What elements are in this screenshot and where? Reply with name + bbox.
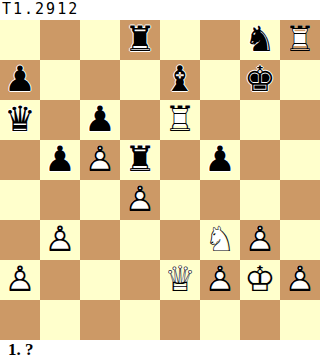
piece-white-king: ♚♔ [240,260,280,300]
piece-glyph: ♟ [40,140,80,180]
piece-glyph: ♟ [0,260,40,300]
square-e4[interactable] [160,180,200,220]
piece-glyph: ♟ [0,60,40,100]
puzzle-title: T1.2912 [0,0,320,20]
square-g2[interactable]: ♚♔ [240,260,280,300]
square-c6[interactable]: ♟ [80,100,120,140]
square-e7[interactable]: ♝ [160,60,200,100]
piece-white-pawn: ♟♙ [280,260,320,300]
square-e5[interactable] [160,140,200,180]
square-e2[interactable]: ♛♕ [160,260,200,300]
square-c2[interactable] [80,260,120,300]
piece-black-bishop: ♝ [160,60,200,100]
square-h4[interactable] [280,180,320,220]
square-a7[interactable]: ♟ [0,60,40,100]
piece-black-knight: ♞ [240,20,280,60]
square-e6[interactable]: ♜♖ [160,100,200,140]
piece-glyph: ♜ [280,20,320,60]
piece-glyph: ♚ [240,60,280,100]
piece-outline-glyph: ♙ [200,260,240,300]
piece-outline-glyph: ♙ [0,260,40,300]
square-a6[interactable]: ♛ [0,100,40,140]
piece-glyph: ♜ [160,100,200,140]
piece-glyph: ♜ [120,140,160,180]
square-b5[interactable]: ♟ [40,140,80,180]
piece-outline-glyph: ♘ [200,220,240,260]
square-a3[interactable] [0,220,40,260]
piece-white-rook: ♜♖ [280,20,320,60]
square-h3[interactable] [280,220,320,260]
square-f4[interactable] [200,180,240,220]
square-f2[interactable]: ♟♙ [200,260,240,300]
square-c5[interactable]: ♟♙ [80,140,120,180]
square-h6[interactable] [280,100,320,140]
square-b1[interactable] [40,300,80,340]
piece-glyph: ♟ [40,220,80,260]
piece-black-king: ♚ [240,60,280,100]
square-a5[interactable] [0,140,40,180]
piece-black-queen: ♛ [0,100,40,140]
piece-outline-glyph: ♖ [160,100,200,140]
square-d1[interactable] [120,300,160,340]
square-f6[interactable] [200,100,240,140]
square-b3[interactable]: ♟♙ [40,220,80,260]
piece-glyph: ♞ [240,20,280,60]
square-e3[interactable] [160,220,200,260]
piece-white-pawn: ♟♙ [80,140,120,180]
piece-white-pawn: ♟♙ [200,260,240,300]
square-c1[interactable] [80,300,120,340]
square-d3[interactable] [120,220,160,260]
piece-white-pawn: ♟♙ [0,260,40,300]
piece-black-rook: ♜ [120,140,160,180]
square-b4[interactable] [40,180,80,220]
piece-black-pawn: ♟ [200,140,240,180]
square-g4[interactable] [240,180,280,220]
square-d6[interactable] [120,100,160,140]
piece-black-pawn: ♟ [0,60,40,100]
square-a4[interactable] [0,180,40,220]
piece-outline-glyph: ♔ [240,260,280,300]
square-g8[interactable]: ♞ [240,20,280,60]
square-b7[interactable] [40,60,80,100]
piece-glyph: ♟ [120,180,160,220]
piece-white-knight: ♞♘ [200,220,240,260]
piece-glyph: ♞ [200,220,240,260]
piece-outline-glyph: ♖ [280,20,320,60]
piece-glyph: ♟ [200,140,240,180]
piece-outline-glyph: ♙ [280,260,320,300]
piece-black-pawn: ♟ [40,140,80,180]
piece-glyph: ♛ [160,260,200,300]
square-h2[interactable]: ♟♙ [280,260,320,300]
piece-outline-glyph: ♙ [120,180,160,220]
piece-outline-glyph: ♙ [80,140,120,180]
piece-outline-glyph: ♕ [160,260,200,300]
square-g3[interactable]: ♟♙ [240,220,280,260]
square-h5[interactable] [280,140,320,180]
square-b2[interactable] [40,260,80,300]
square-b8[interactable] [40,20,80,60]
square-d4[interactable]: ♟♙ [120,180,160,220]
square-c4[interactable] [80,180,120,220]
square-h8[interactable]: ♜♖ [280,20,320,60]
square-d2[interactable] [120,260,160,300]
piece-glyph: ♜ [120,20,160,60]
square-h1[interactable] [280,300,320,340]
square-e8[interactable] [160,20,200,60]
piece-glyph: ♝ [160,60,200,100]
chess-board: ♜♞♜♖♟♝♚♛♟♜♖♟♟♙♜♟♟♙♟♙♞♘♟♙♟♙♛♕♟♙♚♔♟♙ [0,20,320,340]
square-g7[interactable]: ♚ [240,60,280,100]
piece-outline-glyph: ♙ [240,220,280,260]
piece-black-pawn: ♟ [80,100,120,140]
piece-white-rook: ♜♖ [160,100,200,140]
square-g1[interactable] [240,300,280,340]
square-d7[interactable] [120,60,160,100]
piece-white-queen: ♛♕ [160,260,200,300]
piece-white-pawn: ♟♙ [120,180,160,220]
move-prompt: 1. ? [0,340,320,360]
square-c8[interactable] [80,20,120,60]
piece-glyph: ♚ [240,260,280,300]
square-c3[interactable] [80,220,120,260]
square-a8[interactable] [0,20,40,60]
piece-glyph: ♟ [80,100,120,140]
square-a2[interactable]: ♟♙ [0,260,40,300]
square-f3[interactable]: ♞♘ [200,220,240,260]
piece-black-rook: ♜ [120,20,160,60]
piece-glyph: ♟ [240,220,280,260]
square-g5[interactable] [240,140,280,180]
square-b6[interactable] [40,100,80,140]
square-d8[interactable]: ♜ [120,20,160,60]
square-d5[interactable]: ♜ [120,140,160,180]
square-c7[interactable] [80,60,120,100]
piece-white-pawn: ♟♙ [40,220,80,260]
square-a1[interactable] [0,300,40,340]
square-f1[interactable] [200,300,240,340]
square-f5[interactable]: ♟ [200,140,240,180]
square-h7[interactable] [280,60,320,100]
piece-glyph: ♟ [80,140,120,180]
square-f7[interactable] [200,60,240,100]
square-f8[interactable] [200,20,240,60]
square-g6[interactable] [240,100,280,140]
piece-glyph: ♟ [280,260,320,300]
square-e1[interactable] [160,300,200,340]
piece-glyph: ♟ [200,260,240,300]
piece-glyph: ♛ [0,100,40,140]
piece-white-pawn: ♟♙ [240,220,280,260]
piece-outline-glyph: ♙ [40,220,80,260]
